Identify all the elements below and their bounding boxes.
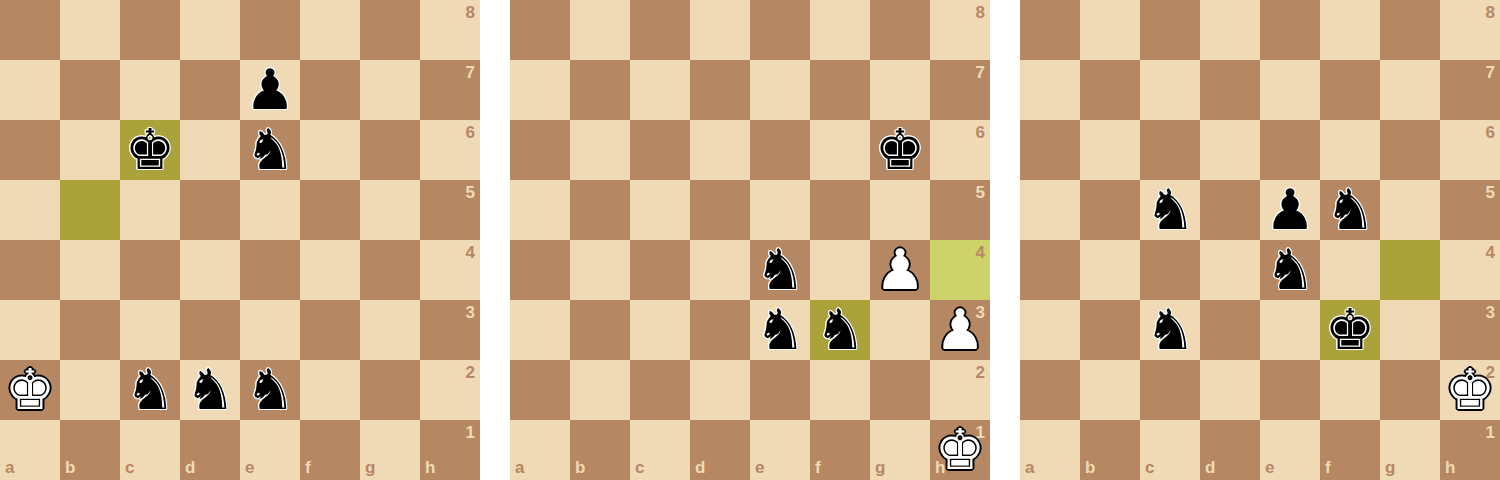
square-e5[interactable] xyxy=(750,180,810,240)
square-f2[interactable] xyxy=(810,360,870,420)
square-d3[interactable] xyxy=(1200,300,1260,360)
square-c3[interactable]: ♞ xyxy=(1140,300,1200,360)
square-a6[interactable] xyxy=(0,120,60,180)
black-knight[interactable]: ♞ xyxy=(1140,300,1200,360)
square-d7[interactable] xyxy=(1200,60,1260,120)
square-a6[interactable] xyxy=(510,120,570,180)
black-king[interactable]: ♚ xyxy=(1320,300,1380,360)
square-d4[interactable] xyxy=(180,240,240,300)
square-h7[interactable]: 7 xyxy=(420,60,480,120)
square-a7[interactable] xyxy=(510,60,570,120)
square-a5[interactable] xyxy=(1020,180,1080,240)
square-h1[interactable]: 1h xyxy=(1440,420,1500,480)
rank-label-6: 6 xyxy=(976,124,985,141)
file-label-f: f xyxy=(305,459,311,476)
rank-label-7: 7 xyxy=(466,64,475,81)
square-d5[interactable] xyxy=(180,180,240,240)
square-c4[interactable] xyxy=(1140,240,1200,300)
square-g4[interactable]: ♟ xyxy=(870,240,930,300)
square-b5[interactable] xyxy=(60,180,120,240)
square-e8[interactable] xyxy=(1260,0,1320,60)
square-c5[interactable] xyxy=(120,180,180,240)
square-b6[interactable] xyxy=(1080,120,1140,180)
square-c4[interactable] xyxy=(120,240,180,300)
black-pawn[interactable]: ♟ xyxy=(1260,180,1320,240)
square-g1[interactable]: g xyxy=(360,420,420,480)
square-h7[interactable]: 7 xyxy=(930,60,990,120)
square-f1[interactable]: f xyxy=(300,420,360,480)
rank-label-4: 4 xyxy=(1486,244,1495,261)
square-a7[interactable] xyxy=(1020,60,1080,120)
square-d8[interactable] xyxy=(180,0,240,60)
square-a1[interactable]: a xyxy=(510,420,570,480)
square-b2[interactable] xyxy=(60,360,120,420)
square-d8[interactable] xyxy=(690,0,750,60)
square-c1[interactable]: c xyxy=(120,420,180,480)
square-b8[interactable] xyxy=(1080,0,1140,60)
square-d4[interactable] xyxy=(1200,240,1260,300)
square-h6[interactable]: 6 xyxy=(930,120,990,180)
rank-label-3: 3 xyxy=(466,304,475,321)
file-label-d: d xyxy=(1205,459,1215,476)
square-f1[interactable]: f xyxy=(810,420,870,480)
square-a5[interactable] xyxy=(0,180,60,240)
square-g8[interactable] xyxy=(360,0,420,60)
square-h2[interactable]: 2 xyxy=(930,360,990,420)
square-d8[interactable] xyxy=(1200,0,1260,60)
square-b8[interactable] xyxy=(570,0,630,60)
rank-label-1: 1 xyxy=(466,424,475,441)
square-e3[interactable] xyxy=(240,300,300,360)
file-label-a: a xyxy=(515,459,524,476)
square-g3[interactable] xyxy=(360,300,420,360)
square-g5[interactable] xyxy=(360,180,420,240)
black-knight[interactable]: ♞ xyxy=(240,120,300,180)
square-g1[interactable]: g xyxy=(1380,420,1440,480)
file-label-b: b xyxy=(65,459,75,476)
square-c5[interactable] xyxy=(630,180,690,240)
square-d5[interactable] xyxy=(690,180,750,240)
square-f1[interactable]: f xyxy=(1320,420,1380,480)
file-label-d: d xyxy=(695,459,705,476)
square-a2[interactable] xyxy=(1020,360,1080,420)
square-d2[interactable]: ♞ xyxy=(180,360,240,420)
square-h4[interactable]: 4 xyxy=(1440,240,1500,300)
square-g8[interactable] xyxy=(870,0,930,60)
square-a3[interactable] xyxy=(510,300,570,360)
file-label-c: c xyxy=(1145,459,1154,476)
white-king[interactable]: ♚ xyxy=(0,360,60,420)
square-h5[interactable]: 5 xyxy=(930,180,990,240)
file-label-b: b xyxy=(575,459,585,476)
board-2: 87♚65♞♟4♞♞3♟2abcdefg1h♚ xyxy=(510,0,990,480)
square-g5[interactable] xyxy=(870,180,930,240)
rank-label-4: 4 xyxy=(466,244,475,261)
square-h5[interactable]: 5 xyxy=(420,180,480,240)
square-f7[interactable] xyxy=(1320,60,1380,120)
rank-label-3: 3 xyxy=(1486,304,1495,321)
rank-label-8: 8 xyxy=(466,4,475,21)
square-b3[interactable] xyxy=(60,300,120,360)
square-f5[interactable] xyxy=(810,180,870,240)
square-a8[interactable] xyxy=(510,0,570,60)
square-f8[interactable] xyxy=(1320,0,1380,60)
square-h1[interactable]: 1h xyxy=(420,420,480,480)
file-label-h: h xyxy=(1445,459,1455,476)
square-f7[interactable] xyxy=(810,60,870,120)
square-e6[interactable] xyxy=(750,120,810,180)
square-c2[interactable] xyxy=(630,360,690,420)
square-a8[interactable] xyxy=(0,0,60,60)
rank-label-6: 6 xyxy=(466,124,475,141)
square-f3[interactable]: ♞ xyxy=(810,300,870,360)
square-e8[interactable] xyxy=(240,0,300,60)
file-label-g: g xyxy=(875,459,885,476)
square-d3[interactable] xyxy=(690,300,750,360)
file-label-g: g xyxy=(365,459,375,476)
square-e7[interactable] xyxy=(1260,60,1320,120)
square-e2[interactable] xyxy=(750,360,810,420)
square-f4[interactable] xyxy=(810,240,870,300)
square-f4[interactable] xyxy=(300,240,360,300)
square-f6[interactable] xyxy=(810,120,870,180)
square-e4[interactable]: ♞ xyxy=(750,240,810,300)
square-h6[interactable]: 6 xyxy=(420,120,480,180)
black-pawn[interactable]: ♟ xyxy=(240,60,300,120)
square-c3[interactable] xyxy=(630,300,690,360)
square-c8[interactable] xyxy=(1140,0,1200,60)
black-knight[interactable]: ♞ xyxy=(1260,240,1320,300)
square-b1[interactable]: b xyxy=(570,420,630,480)
square-e2[interactable]: ♞ xyxy=(240,360,300,420)
square-h4[interactable]: 4 xyxy=(930,240,990,300)
square-d1[interactable]: d xyxy=(1200,420,1260,480)
rank-label-7: 7 xyxy=(976,64,985,81)
black-king[interactable]: ♚ xyxy=(870,120,930,180)
square-c5[interactable]: ♞ xyxy=(1140,180,1200,240)
square-h4[interactable]: 4 xyxy=(420,240,480,300)
black-knight[interactable]: ♞ xyxy=(180,360,240,420)
square-h3[interactable]: 3♟ xyxy=(930,300,990,360)
black-knight[interactable]: ♞ xyxy=(750,240,810,300)
square-g3[interactable] xyxy=(1380,300,1440,360)
file-label-c: c xyxy=(125,459,134,476)
board-1: 8♟7♚♞6543♚♞♞♞2abcdefg1h xyxy=(0,0,480,480)
file-label-e: e xyxy=(755,459,764,476)
file-label-d: d xyxy=(185,459,195,476)
rank-label-1: 1 xyxy=(1486,424,1495,441)
square-e8[interactable] xyxy=(750,0,810,60)
rank-label-5: 5 xyxy=(1486,184,1495,201)
square-e7[interactable] xyxy=(750,60,810,120)
square-c6[interactable] xyxy=(1140,120,1200,180)
file-label-g: g xyxy=(1385,459,1395,476)
square-d2[interactable] xyxy=(690,360,750,420)
square-b3[interactable] xyxy=(570,300,630,360)
rank-label-5: 5 xyxy=(466,184,475,201)
square-d7[interactable] xyxy=(180,60,240,120)
board-3: 876♞♟♞5♞4♞♚32♚abcdefg1h xyxy=(1020,0,1500,480)
file-label-e: e xyxy=(245,459,254,476)
square-f6[interactable] xyxy=(1320,120,1380,180)
square-h3[interactable]: 3 xyxy=(420,300,480,360)
square-e1[interactable]: e xyxy=(750,420,810,480)
file-label-a: a xyxy=(1025,459,1034,476)
black-knight[interactable]: ♞ xyxy=(750,300,810,360)
square-c6[interactable] xyxy=(630,120,690,180)
square-d1[interactable]: d xyxy=(180,420,240,480)
square-h2[interactable]: 2 xyxy=(420,360,480,420)
square-a1[interactable]: a xyxy=(1020,420,1080,480)
square-g7[interactable] xyxy=(360,60,420,120)
square-g2[interactable] xyxy=(360,360,420,420)
square-d4[interactable] xyxy=(690,240,750,300)
square-f8[interactable] xyxy=(810,0,870,60)
square-d6[interactable] xyxy=(180,120,240,180)
square-a8[interactable] xyxy=(1020,0,1080,60)
square-g7[interactable] xyxy=(1380,60,1440,120)
square-g7[interactable] xyxy=(870,60,930,120)
square-b5[interactable] xyxy=(1080,180,1140,240)
square-c4[interactable] xyxy=(630,240,690,300)
square-g2[interactable] xyxy=(870,360,930,420)
square-h5[interactable]: 5 xyxy=(1440,180,1500,240)
square-b4[interactable] xyxy=(60,240,120,300)
square-f2[interactable] xyxy=(1320,360,1380,420)
square-c7[interactable] xyxy=(630,60,690,120)
square-d1[interactable]: d xyxy=(690,420,750,480)
square-c7[interactable] xyxy=(1140,60,1200,120)
square-f5[interactable] xyxy=(300,180,360,240)
square-a2[interactable]: ♚ xyxy=(0,360,60,420)
square-f2[interactable] xyxy=(300,360,360,420)
square-f8[interactable] xyxy=(300,0,360,60)
square-f7[interactable] xyxy=(300,60,360,120)
file-label-b: b xyxy=(1085,459,1095,476)
square-f3[interactable] xyxy=(300,300,360,360)
square-e3[interactable] xyxy=(1260,300,1320,360)
square-c2[interactable] xyxy=(1140,360,1200,420)
square-a4[interactable] xyxy=(0,240,60,300)
square-g6[interactable]: ♚ xyxy=(870,120,930,180)
square-b7[interactable] xyxy=(1080,60,1140,120)
rank-label-2: 2 xyxy=(466,364,475,381)
square-h8[interactable]: 8 xyxy=(1440,0,1500,60)
square-b6[interactable] xyxy=(570,120,630,180)
square-g3[interactable] xyxy=(870,300,930,360)
square-g2[interactable] xyxy=(1380,360,1440,420)
square-d7[interactable] xyxy=(690,60,750,120)
rank-label-8: 8 xyxy=(1486,4,1495,21)
square-b7[interactable] xyxy=(570,60,630,120)
square-c6[interactable]: ♚ xyxy=(120,120,180,180)
white-king[interactable]: ♚ xyxy=(1440,360,1500,420)
rank-label-8: 8 xyxy=(976,4,985,21)
black-knight[interactable]: ♞ xyxy=(1320,180,1380,240)
square-h8[interactable]: 8 xyxy=(420,0,480,60)
white-pawn[interactable]: ♟ xyxy=(930,300,990,360)
square-b3[interactable] xyxy=(1080,300,1140,360)
square-c8[interactable] xyxy=(630,0,690,60)
square-d2[interactable] xyxy=(1200,360,1260,420)
file-label-f: f xyxy=(1325,459,1331,476)
rank-label-4: 4 xyxy=(976,244,985,261)
square-e2[interactable] xyxy=(1260,360,1320,420)
square-b6[interactable] xyxy=(60,120,120,180)
square-a7[interactable] xyxy=(0,60,60,120)
square-c2[interactable]: ♞ xyxy=(120,360,180,420)
square-a1[interactable]: a xyxy=(0,420,60,480)
square-g5[interactable] xyxy=(1380,180,1440,240)
file-label-c: c xyxy=(635,459,644,476)
rank-label-5: 5 xyxy=(976,184,985,201)
black-king[interactable]: ♚ xyxy=(120,120,180,180)
square-b2[interactable] xyxy=(570,360,630,420)
square-d6[interactable] xyxy=(1200,120,1260,180)
rank-label-6: 6 xyxy=(1486,124,1495,141)
square-h7[interactable]: 7 xyxy=(1440,60,1500,120)
square-d6[interactable] xyxy=(690,120,750,180)
square-h6[interactable]: 6 xyxy=(1440,120,1500,180)
square-g4[interactable] xyxy=(1380,240,1440,300)
square-c1[interactable]: c xyxy=(1140,420,1200,480)
square-e7[interactable]: ♟ xyxy=(240,60,300,120)
square-f6[interactable] xyxy=(300,120,360,180)
square-c7[interactable] xyxy=(120,60,180,120)
square-h2[interactable]: 2♚ xyxy=(1440,360,1500,420)
file-label-e: e xyxy=(1265,459,1274,476)
square-a4[interactable] xyxy=(1020,240,1080,300)
square-e5[interactable]: ♟ xyxy=(1260,180,1320,240)
square-g8[interactable] xyxy=(1380,0,1440,60)
square-e4[interactable] xyxy=(240,240,300,300)
square-b4[interactable] xyxy=(1080,240,1140,300)
boards-row: 8♟7♚♞6543♚♞♞♞2abcdefg1h 87♚65♞♟4♞♞3♟2abc… xyxy=(0,0,1500,480)
black-knight[interactable]: ♞ xyxy=(810,300,870,360)
square-a2[interactable] xyxy=(510,360,570,420)
square-e1[interactable]: e xyxy=(240,420,300,480)
square-b1[interactable]: b xyxy=(60,420,120,480)
square-c3[interactable] xyxy=(120,300,180,360)
square-b2[interactable] xyxy=(1080,360,1140,420)
square-a3[interactable] xyxy=(1020,300,1080,360)
square-a4[interactable] xyxy=(510,240,570,300)
square-b5[interactable] xyxy=(570,180,630,240)
square-d5[interactable] xyxy=(1200,180,1260,240)
square-e6[interactable]: ♞ xyxy=(240,120,300,180)
rank-label-7: 7 xyxy=(1486,64,1495,81)
square-c1[interactable]: c xyxy=(630,420,690,480)
file-label-h: h xyxy=(425,459,435,476)
white-king[interactable]: ♚ xyxy=(930,420,990,480)
square-e4[interactable]: ♞ xyxy=(1260,240,1320,300)
square-g6[interactable] xyxy=(360,120,420,180)
square-f3[interactable]: ♚ xyxy=(1320,300,1380,360)
square-a3[interactable] xyxy=(0,300,60,360)
square-e6[interactable] xyxy=(1260,120,1320,180)
square-b1[interactable]: b xyxy=(1080,420,1140,480)
square-a5[interactable] xyxy=(510,180,570,240)
square-e3[interactable]: ♞ xyxy=(750,300,810,360)
square-g4[interactable] xyxy=(360,240,420,300)
square-h8[interactable]: 8 xyxy=(930,0,990,60)
square-c8[interactable] xyxy=(120,0,180,60)
rank-label-2: 2 xyxy=(976,364,985,381)
black-knight[interactable]: ♞ xyxy=(120,360,180,420)
file-label-f: f xyxy=(815,459,821,476)
square-e5[interactable] xyxy=(240,180,300,240)
file-label-a: a xyxy=(5,459,14,476)
black-knight[interactable]: ♞ xyxy=(1140,180,1200,240)
square-g6[interactable] xyxy=(1380,120,1440,180)
square-h3[interactable]: 3 xyxy=(1440,300,1500,360)
black-knight[interactable]: ♞ xyxy=(240,360,300,420)
square-h1[interactable]: 1h♚ xyxy=(930,420,990,480)
square-e1[interactable]: e xyxy=(1260,420,1320,480)
square-a6[interactable] xyxy=(1020,120,1080,180)
square-f5[interactable]: ♞ xyxy=(1320,180,1380,240)
square-b8[interactable] xyxy=(60,0,120,60)
square-b4[interactable] xyxy=(570,240,630,300)
square-d3[interactable] xyxy=(180,300,240,360)
white-pawn[interactable]: ♟ xyxy=(870,240,930,300)
square-f4[interactable] xyxy=(1320,240,1380,300)
square-b7[interactable] xyxy=(60,60,120,120)
square-g1[interactable]: g xyxy=(870,420,930,480)
